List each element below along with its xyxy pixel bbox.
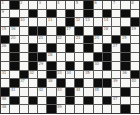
cell-6-8 [66,44,74,52]
cell-5-5[interactable]: 21 [38,36,46,44]
cell-9-5[interactable] [38,71,46,79]
cell-1-2 [10,1,18,9]
cell-9-15 [131,71,139,79]
cell-5-14[interactable]: 25 [121,36,129,44]
clue-number: 37 [20,79,25,83]
cell-4-3[interactable] [20,27,28,35]
cell-4-14 [121,27,129,35]
clue-number: 30 [94,62,99,66]
clue-number: 10 [20,18,25,22]
cell-2-10 [84,10,92,18]
cell-4-6[interactable] [47,27,55,35]
clue-number: 18 [103,27,108,31]
cell-7-5 [38,53,46,61]
cell-12-8 [66,97,74,105]
clue-number: 12 [76,18,81,22]
cell-10-1[interactable] [1,79,9,87]
cell-10-4[interactable] [29,79,37,87]
cell-10-14[interactable] [121,79,129,87]
cell-4-1[interactable]: 15 [1,27,9,35]
cell-13-7[interactable]: 49 [57,105,65,113]
cell-1-3[interactable]: 2 [20,1,28,9]
cell-1-15[interactable]: 8 [131,1,139,9]
clue-number: 6 [94,1,96,5]
cell-12-12 [103,97,111,105]
cell-1-7[interactable]: 4 [57,1,65,9]
cell-13-5[interactable] [38,105,46,113]
cell-10-8[interactable] [66,79,74,87]
cell-11-2[interactable]: 41 [10,88,18,96]
cell-8-5[interactable]: 29 [38,62,46,70]
cell-7-3[interactable] [20,53,28,61]
cell-8-4 [29,62,37,70]
cell-7-9[interactable] [75,53,83,61]
cell-13-1[interactable]: 48 [1,105,9,113]
cell-12-5[interactable] [38,97,46,105]
cell-9-8[interactable]: 34 [66,71,74,79]
cell-6-13[interactable]: 27 [112,44,120,52]
clue-number: 31 [2,71,7,75]
cell-4-9 [75,27,83,35]
cell-11-11[interactable]: 45 [94,88,102,96]
cell-8-3[interactable] [20,62,28,70]
cell-7-12 [103,53,111,61]
clue-number: 26 [2,44,7,48]
cell-8-2 [10,62,18,70]
cell-12-3[interactable] [20,97,28,105]
clue-number: 3 [39,1,41,5]
clue-number: 42 [39,88,44,92]
cell-5-6[interactable] [47,36,55,44]
cell-3-3[interactable]: 10 [20,18,28,26]
clue-number: 24 [94,36,99,40]
cell-9-10[interactable]: 35 [84,71,92,79]
cell-13-4[interactable] [29,105,37,113]
cell-11-8 [66,88,74,96]
cell-7-2 [10,53,18,61]
clue-number: 40 [131,79,136,83]
cell-11-10[interactable] [84,88,92,96]
cell-7-13[interactable] [112,53,120,61]
cell-7-6[interactable]: 28 [47,53,55,61]
cell-3-12[interactable]: 14 [103,18,111,26]
clue-number: 48 [2,105,7,109]
cell-3-4[interactable] [29,18,37,26]
cell-13-10[interactable] [84,105,92,113]
cell-9-7[interactable]: 33 [57,71,65,79]
cell-12-2 [10,97,18,105]
clue-number: 41 [11,88,16,92]
cell-6-9[interactable] [75,44,83,52]
cell-1-9[interactable]: 5 [75,1,83,9]
cell-9-11[interactable] [94,71,102,79]
clue-number: 11 [48,18,53,22]
cell-10-10[interactable] [84,79,92,87]
cell-11-3[interactable] [20,88,28,96]
cell-10-5 [38,79,46,87]
cell-6-2 [10,44,18,52]
cell-5-9[interactable]: 23 [75,36,83,44]
cell-9-1[interactable]: 31 [1,71,9,79]
cell-13-11[interactable] [94,105,102,113]
cell-13-6 [47,105,55,113]
cell-9-14[interactable]: 36 [121,71,129,79]
cell-8-12 [103,62,111,70]
cell-11-7[interactable]: 43 [57,88,65,96]
cell-1-13[interactable]: 7 [112,1,120,9]
crossword-page: 1234567891011121314151617181920212223242… [0,0,140,115]
cell-8-10 [84,62,92,70]
cell-10-9 [75,79,83,87]
clue-number: 22 [57,36,62,40]
cell-2-4 [29,10,37,18]
cell-9-3 [20,71,28,79]
clue-number: 4 [57,1,59,5]
cell-2-9[interactable] [75,10,83,18]
cell-8-7[interactable] [57,62,65,70]
clue-number: 35 [85,71,90,75]
cell-3-13[interactable] [112,18,120,26]
clue-number: 20 [11,36,16,40]
cell-5-10 [84,36,92,44]
clue-number: 29 [39,62,44,66]
cell-8-13[interactable] [112,62,120,70]
cell-2-12 [103,10,111,18]
cell-3-15 [131,18,139,26]
cell-6-1[interactable]: 26 [1,44,9,52]
clue-number: 21 [39,36,44,40]
cell-3-2 [10,18,18,26]
cell-6-3[interactable] [20,44,28,52]
cell-4-11 [94,27,102,35]
cell-6-11[interactable] [94,44,102,52]
clue-number: 9 [2,10,4,14]
clue-number: 49 [57,105,62,109]
cell-9-6 [47,71,55,79]
cell-3-10[interactable]: 13 [84,18,92,26]
cell-11-4[interactable] [29,88,37,96]
cell-11-9[interactable]: 44 [75,88,83,96]
cell-12-4 [29,97,37,105]
cell-5-3[interactable] [20,36,28,44]
cell-8-6 [47,62,55,70]
cell-6-5[interactable] [38,44,46,52]
cell-12-6 [47,97,55,105]
cell-7-7[interactable] [57,53,65,61]
cell-1-10 [84,1,92,9]
cell-5-1 [1,36,9,44]
cell-3-14[interactable] [121,18,129,26]
cell-12-14[interactable] [121,97,129,105]
cell-4-7 [57,27,65,35]
cell-13-2[interactable] [10,105,18,113]
cell-5-7[interactable]: 22 [57,36,65,44]
clue-number: 33 [57,71,62,75]
cell-2-5[interactable] [38,10,46,18]
cell-6-15[interactable] [131,44,139,52]
cell-7-8[interactable] [66,53,74,61]
cell-4-12[interactable]: 18 [103,27,111,35]
cell-3-11[interactable] [94,18,102,26]
clue-number: 38 [48,79,53,83]
cell-4-15[interactable]: 19 [131,27,139,35]
cell-9-2[interactable] [10,71,18,79]
cell-10-15[interactable]: 40 [131,79,139,87]
clue-number: 17 [66,27,71,31]
cell-10-12 [103,79,111,87]
cell-2-2[interactable] [10,10,18,18]
cell-3-7[interactable] [57,18,65,26]
cell-11-6[interactable] [47,88,55,96]
cell-7-10[interactable] [84,53,92,61]
cell-2-8 [66,10,74,18]
cell-7-14 [121,53,129,61]
cell-10-2 [10,79,18,87]
clue-number: 47 [113,97,118,101]
clue-number: 36 [122,71,127,75]
cell-5-11[interactable]: 24 [94,36,102,44]
cell-8-15[interactable] [131,62,139,70]
cell-11-12[interactable] [103,88,111,96]
clue-number: 2 [20,1,22,5]
clue-number: 1 [2,1,4,5]
cell-1-4[interactable] [29,1,37,9]
clue-number: 45 [94,88,99,92]
clue-number: 46 [2,97,7,101]
cell-11-14 [121,88,129,96]
cell-4-2[interactable]: 16 [10,27,18,35]
cell-9-4[interactable]: 32 [29,71,37,79]
cell-11-1 [1,88,9,96]
cell-13-9[interactable] [75,105,83,113]
cell-7-1[interactable] [1,53,9,61]
cell-5-15[interactable] [131,36,139,44]
clue-number: 44 [76,88,81,92]
cell-2-11[interactable] [94,10,102,18]
clue-number: 19 [131,27,136,31]
cell-4-5 [38,27,46,35]
clue-number: 32 [29,71,34,75]
cell-3-1[interactable] [1,18,9,26]
cell-13-14 [121,105,129,113]
clue-number: 14 [103,18,108,22]
cell-12-15[interactable] [131,97,139,105]
cell-10-13[interactable]: 39 [112,79,120,87]
cell-3-9[interactable]: 12 [75,18,83,26]
cell-13-12[interactable] [103,105,111,113]
cell-8-14 [121,62,129,70]
cell-8-11[interactable]: 30 [94,62,102,70]
cell-2-15[interactable] [131,10,139,18]
cell-10-3[interactable]: 37 [20,79,28,87]
cell-9-9[interactable] [75,71,83,79]
cell-5-4[interactable] [29,36,37,44]
cell-3-8 [66,18,74,26]
cell-13-13[interactable] [112,105,120,113]
cell-6-4 [29,44,37,52]
clue-number: 23 [76,36,81,40]
cell-12-10 [84,97,92,105]
cell-4-8[interactable]: 17 [66,27,74,35]
clue-number: 43 [57,88,62,92]
cell-5-2[interactable]: 20 [10,36,18,44]
cell-12-1[interactable]: 46 [1,97,9,105]
cell-10-11 [94,79,102,87]
cell-7-15[interactable] [131,53,139,61]
cell-8-8 [66,62,74,70]
cell-12-13[interactable]: 47 [112,97,120,105]
cell-11-13[interactable] [112,88,120,96]
clue-number: 39 [113,79,118,83]
cell-13-15[interactable] [131,105,139,113]
cell-7-4 [29,53,37,61]
cell-8-1[interactable] [1,62,9,70]
cell-10-6[interactable]: 38 [47,79,55,87]
clue-number: 8 [131,1,133,5]
cell-1-14[interactable] [121,1,129,9]
cell-2-3[interactable] [20,10,28,18]
cell-2-6 [47,10,55,18]
cell-5-12[interactable] [103,36,111,44]
clue-number: 16 [11,27,16,31]
clue-number: 7 [113,1,115,5]
cell-10-7 [57,79,65,87]
cell-5-13 [112,36,120,44]
cell-6-6 [47,44,55,52]
clue-number: 25 [122,36,127,40]
cell-2-13[interactable] [112,10,120,18]
cell-4-4 [29,27,37,35]
cell-5-8[interactable] [66,36,74,44]
cell-1-6[interactable] [47,1,55,9]
cell-13-8[interactable] [66,105,74,113]
cell-11-5[interactable]: 42 [38,88,46,96]
cell-2-7[interactable] [57,10,65,18]
clue-number: 15 [2,27,7,31]
cell-9-13[interactable] [112,71,120,79]
cell-6-14 [121,44,129,52]
crossword-grid: 1234567891011121314151617181920212223242… [0,0,140,114]
cell-6-7[interactable] [57,44,65,52]
cell-1-12[interactable] [103,1,111,9]
cell-2-1[interactable]: 9 [1,10,9,18]
clue-number: 13 [85,18,90,22]
cell-3-6[interactable]: 11 [47,18,55,26]
cell-3-5[interactable] [38,18,46,26]
cell-6-12 [103,44,111,52]
cell-7-11 [94,53,102,61]
clue-number: 34 [66,71,71,75]
cell-1-5[interactable]: 3 [38,1,46,9]
cell-4-13[interactable] [112,27,120,35]
cell-12-11[interactable] [94,97,102,105]
cell-4-10[interactable] [84,27,92,35]
cell-8-9[interactable] [75,62,83,70]
cell-1-8[interactable] [66,1,74,9]
clue-number: 5 [76,1,78,5]
cell-9-12[interactable] [103,71,111,79]
cell-6-10 [84,44,92,52]
cell-2-14 [121,10,129,18]
cell-12-7[interactable] [57,97,65,105]
cell-1-11[interactable]: 6 [94,1,102,9]
clue-number: 28 [48,53,53,57]
cell-1-1[interactable]: 1 [1,1,9,9]
cell-13-3[interactable] [20,105,28,113]
clue-number: 27 [113,44,118,48]
cell-12-9[interactable] [75,97,83,105]
cell-11-15[interactable] [131,88,139,96]
